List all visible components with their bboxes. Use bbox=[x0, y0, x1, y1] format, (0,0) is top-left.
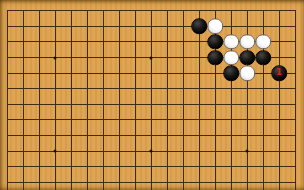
intersection-c13-r3[interactable] bbox=[207, 50, 223, 66]
white-stone bbox=[223, 50, 239, 66]
intersection-c18-r10[interactable] bbox=[287, 159, 303, 175]
intersection-c11-r3[interactable] bbox=[175, 50, 191, 66]
intersection-c2-r3[interactable] bbox=[31, 50, 47, 66]
intersection-c6-r1[interactable] bbox=[95, 19, 111, 35]
intersection-c13-r2[interactable] bbox=[207, 34, 223, 50]
intersection-c0-r8[interactable] bbox=[0, 128, 15, 144]
intersection-c3-r4[interactable] bbox=[47, 65, 63, 81]
intersection-c6-r0[interactable] bbox=[95, 3, 111, 19]
intersection-c5-r10[interactable] bbox=[79, 159, 95, 175]
intersection-c18-r1[interactable] bbox=[287, 19, 303, 35]
intersection-c2-r11[interactable] bbox=[31, 175, 47, 190]
white-stone bbox=[223, 34, 239, 50]
intersection-c15-r3[interactable] bbox=[239, 50, 255, 66]
intersection-c14-r1[interactable] bbox=[223, 19, 239, 35]
intersection-c16-r11[interactable] bbox=[255, 175, 271, 190]
intersection-c6-r2[interactable] bbox=[95, 34, 111, 50]
black-stone bbox=[255, 50, 271, 66]
intersection-c8-r3[interactable] bbox=[127, 50, 143, 66]
intersection-c5-r4[interactable] bbox=[79, 65, 95, 81]
white-stone bbox=[239, 34, 255, 50]
intersection-c12-r7[interactable] bbox=[191, 112, 207, 128]
intersection-c8-r2[interactable] bbox=[127, 34, 143, 50]
intersection-c3-r6[interactable] bbox=[47, 97, 63, 113]
intersection-c12-r1[interactable] bbox=[191, 19, 207, 35]
intersection-c3-r11[interactable] bbox=[47, 175, 63, 190]
intersection-c0-r6[interactable] bbox=[0, 97, 15, 113]
black-stone bbox=[207, 34, 223, 50]
intersection-c5-r0[interactable] bbox=[79, 3, 95, 19]
intersection-c15-r5[interactable] bbox=[239, 81, 255, 97]
intersection-c5-r8[interactable] bbox=[79, 128, 95, 144]
intersection-c13-r0[interactable] bbox=[207, 3, 223, 19]
intersection-c4-r9[interactable] bbox=[63, 143, 79, 159]
intersection-c6-r4[interactable] bbox=[95, 65, 111, 81]
intersection-c9-r10[interactable] bbox=[143, 159, 159, 175]
intersection-c8-r11[interactable] bbox=[127, 175, 143, 190]
intersection-c14-r3[interactable] bbox=[223, 50, 239, 66]
black-stone bbox=[239, 50, 255, 66]
intersection-c4-r7[interactable] bbox=[63, 112, 79, 128]
intersection-c10-r4[interactable] bbox=[159, 65, 175, 81]
intersection-c13-r5[interactable] bbox=[207, 81, 223, 97]
intersection-c8-r10[interactable] bbox=[127, 159, 143, 175]
intersection-c6-r7[interactable] bbox=[95, 112, 111, 128]
intersection-c17-r1[interactable] bbox=[271, 19, 287, 35]
intersection-c12-r8[interactable] bbox=[191, 128, 207, 144]
intersection-c4-r6[interactable] bbox=[63, 97, 79, 113]
intersection-c14-r4[interactable] bbox=[223, 65, 239, 81]
intersection-c10-r1[interactable] bbox=[159, 19, 175, 35]
star-point bbox=[246, 150, 249, 153]
intersection-c18-r7[interactable] bbox=[287, 112, 303, 128]
intersection-c12-r11[interactable] bbox=[191, 175, 207, 190]
intersection-c7-r0[interactable] bbox=[111, 3, 127, 19]
intersection-c9-r5[interactable] bbox=[143, 81, 159, 97]
intersection-c11-r9[interactable] bbox=[175, 143, 191, 159]
white-stone bbox=[207, 19, 223, 35]
intersection-c4-r1[interactable] bbox=[63, 19, 79, 35]
intersection-c17-r0[interactable] bbox=[271, 3, 287, 19]
intersection-c17-r6[interactable] bbox=[271, 97, 287, 113]
intersection-c9-r11[interactable] bbox=[143, 175, 159, 190]
intersection-c17-r8[interactable] bbox=[271, 128, 287, 144]
black-stone bbox=[191, 19, 207, 35]
intersection-c1-r10[interactable] bbox=[15, 159, 31, 175]
intersection-c7-r2[interactable] bbox=[111, 34, 127, 50]
go-board[interactable]: 1 bbox=[0, 3, 303, 190]
intersection-c1-r7[interactable] bbox=[15, 112, 31, 128]
intersection-c0-r2[interactable] bbox=[0, 34, 15, 50]
intersection-c6-r8[interactable] bbox=[95, 128, 111, 144]
intersection-c3-r5[interactable] bbox=[47, 81, 63, 97]
intersection-c0-r5[interactable] bbox=[0, 81, 15, 97]
intersection-c1-r2[interactable] bbox=[15, 34, 31, 50]
intersection-c18-r9[interactable] bbox=[287, 143, 303, 159]
intersection-c17-r3[interactable] bbox=[271, 50, 287, 66]
intersection-c15-r7[interactable] bbox=[239, 112, 255, 128]
intersection-c14-r8[interactable] bbox=[223, 128, 239, 144]
intersection-c15-r8[interactable] bbox=[239, 128, 255, 144]
intersection-c15-r11[interactable] bbox=[239, 175, 255, 190]
intersection-c16-r1[interactable] bbox=[255, 19, 271, 35]
intersection-c11-r2[interactable] bbox=[175, 34, 191, 50]
intersection-c13-r7[interactable] bbox=[207, 112, 223, 128]
intersection-c12-r9[interactable] bbox=[191, 143, 207, 159]
intersection-c12-r3[interactable] bbox=[191, 50, 207, 66]
intersection-c15-r1[interactable] bbox=[239, 19, 255, 35]
intersection-c9-r1[interactable] bbox=[143, 19, 159, 35]
intersection-c12-r2[interactable] bbox=[191, 34, 207, 50]
black-stone-move-1: 1 bbox=[271, 65, 287, 81]
intersection-c13-r10[interactable] bbox=[207, 159, 223, 175]
intersection-c16-r8[interactable] bbox=[255, 128, 271, 144]
intersection-c7-r6[interactable] bbox=[111, 97, 127, 113]
intersection-c9-r2[interactable] bbox=[143, 34, 159, 50]
intersection-c5-r9[interactable] bbox=[79, 143, 95, 159]
black-stone bbox=[223, 65, 239, 81]
intersection-c16-r3[interactable] bbox=[255, 50, 271, 66]
intersection-c14-r5[interactable] bbox=[223, 81, 239, 97]
intersection-c11-r10[interactable] bbox=[175, 159, 191, 175]
intersection-c11-r4[interactable] bbox=[175, 65, 191, 81]
intersection-c4-r4[interactable] bbox=[63, 65, 79, 81]
intersection-c5-r3[interactable] bbox=[79, 50, 95, 66]
intersection-c10-r6[interactable] bbox=[159, 97, 175, 113]
intersection-c16-r5[interactable] bbox=[255, 81, 271, 97]
white-stone bbox=[239, 65, 255, 81]
intersection-c3-r1[interactable] bbox=[47, 19, 63, 35]
intersection-c10-r0[interactable] bbox=[159, 3, 175, 19]
intersection-c0-r10[interactable] bbox=[0, 159, 15, 175]
intersection-c5-r2[interactable] bbox=[79, 34, 95, 50]
intersection-c12-r0[interactable] bbox=[191, 3, 207, 19]
intersection-c12-r6[interactable] bbox=[191, 97, 207, 113]
intersection-c16-r7[interactable] bbox=[255, 112, 271, 128]
intersection-c7-r5[interactable] bbox=[111, 81, 127, 97]
intersection-c4-r10[interactable] bbox=[63, 159, 79, 175]
intersection-c1-r4[interactable] bbox=[15, 65, 31, 81]
intersection-c11-r7[interactable] bbox=[175, 112, 191, 128]
intersection-c18-r8[interactable] bbox=[287, 128, 303, 144]
intersection-c4-r11[interactable] bbox=[63, 175, 79, 190]
intersection-c11-r0[interactable] bbox=[175, 3, 191, 19]
intersection-c9-r6[interactable] bbox=[143, 97, 159, 113]
intersection-c4-r8[interactable] bbox=[63, 128, 79, 144]
intersection-c14-r2[interactable] bbox=[223, 34, 239, 50]
intersection-c4-r2[interactable] bbox=[63, 34, 79, 50]
intersection-c2-r9[interactable] bbox=[31, 143, 47, 159]
intersection-c0-r0[interactable] bbox=[0, 3, 15, 19]
intersection-c5-r6[interactable] bbox=[79, 97, 95, 113]
go-board-screenshot: 1 bbox=[0, 0, 304, 190]
intersection-c1-r3[interactable] bbox=[15, 50, 31, 66]
intersection-c9-r7[interactable] bbox=[143, 112, 159, 128]
white-stone bbox=[255, 34, 271, 50]
intersection-c8-r8[interactable] bbox=[127, 128, 143, 144]
intersection-c17-r7[interactable] bbox=[271, 112, 287, 128]
intersection-c5-r7[interactable] bbox=[79, 112, 95, 128]
intersection-c2-r2[interactable] bbox=[31, 34, 47, 50]
intersection-c7-r3[interactable] bbox=[111, 50, 127, 66]
intersection-c13-r4[interactable] bbox=[207, 65, 223, 81]
intersection-c10-r2[interactable] bbox=[159, 34, 175, 50]
intersection-c6-r5[interactable] bbox=[95, 81, 111, 97]
intersection-c17-r11[interactable] bbox=[271, 175, 287, 190]
intersection-c10-r7[interactable] bbox=[159, 112, 175, 128]
intersection-c0-r11[interactable] bbox=[0, 175, 15, 190]
intersection-c13-r9[interactable] bbox=[207, 143, 223, 159]
intersection-c8-r0[interactable] bbox=[127, 3, 143, 19]
intersection-c2-r7[interactable] bbox=[31, 112, 47, 128]
intersection-c15-r0[interactable] bbox=[239, 3, 255, 19]
intersection-c0-r9[interactable] bbox=[0, 143, 15, 159]
intersection-c5-r1[interactable] bbox=[79, 19, 95, 35]
intersection-c4-r3[interactable] bbox=[63, 50, 79, 66]
intersection-c11-r11[interactable] bbox=[175, 175, 191, 190]
intersection-c9-r4[interactable] bbox=[143, 65, 159, 81]
intersection-c17-r5[interactable] bbox=[271, 81, 287, 97]
intersection-c8-r7[interactable] bbox=[127, 112, 143, 128]
intersection-c7-r9[interactable] bbox=[111, 143, 127, 159]
intersection-c4-r0[interactable] bbox=[63, 3, 79, 19]
intersection-c3-r10[interactable] bbox=[47, 159, 63, 175]
intersection-c3-r8[interactable] bbox=[47, 128, 63, 144]
intersection-c9-r9[interactable] bbox=[143, 143, 159, 159]
intersection-c10-r10[interactable] bbox=[159, 159, 175, 175]
intersection-c9-r0[interactable] bbox=[143, 3, 159, 19]
intersection-c10-r3[interactable] bbox=[159, 50, 175, 66]
intersection-c16-r6[interactable] bbox=[255, 97, 271, 113]
intersection-c9-r8[interactable] bbox=[143, 128, 159, 144]
intersection-c1-r6[interactable] bbox=[15, 97, 31, 113]
intersection-c18-r6[interactable] bbox=[287, 97, 303, 113]
intersection-c1-r1[interactable] bbox=[15, 19, 31, 35]
intersection-c3-r3[interactable] bbox=[47, 50, 63, 66]
intersection-c0-r1[interactable] bbox=[0, 19, 15, 35]
intersection-c6-r11[interactable] bbox=[95, 175, 111, 190]
intersection-c18-r0[interactable] bbox=[287, 3, 303, 19]
intersection-c18-r5[interactable] bbox=[287, 81, 303, 97]
intersection-c6-r6[interactable] bbox=[95, 97, 111, 113]
intersection-c12-r5[interactable] bbox=[191, 81, 207, 97]
intersection-c0-r3[interactable] bbox=[0, 50, 15, 66]
intersection-c18-r11[interactable] bbox=[287, 175, 303, 190]
star-point bbox=[54, 56, 57, 59]
intersection-c12-r10[interactable] bbox=[191, 159, 207, 175]
intersection-c6-r3[interactable] bbox=[95, 50, 111, 66]
intersection-c7-r11[interactable] bbox=[111, 175, 127, 190]
intersection-c16-r0[interactable] bbox=[255, 3, 271, 19]
intersection-c7-r8[interactable] bbox=[111, 128, 127, 144]
intersection-c3-r2[interactable] bbox=[47, 34, 63, 50]
intersection-c7-r1[interactable] bbox=[111, 19, 127, 35]
intersection-c13-r6[interactable] bbox=[207, 97, 223, 113]
intersection-c2-r5[interactable] bbox=[31, 81, 47, 97]
intersection-c4-r5[interactable] bbox=[63, 81, 79, 97]
star-point bbox=[150, 150, 153, 153]
intersection-c18-r3[interactable] bbox=[287, 50, 303, 66]
intersection-c9-r3[interactable] bbox=[143, 50, 159, 66]
intersection-c17-r4[interactable]: 1 bbox=[271, 65, 287, 81]
intersection-c17-r10[interactable] bbox=[271, 159, 287, 175]
intersection-c10-r5[interactable] bbox=[159, 81, 175, 97]
intersection-c14-r0[interactable] bbox=[223, 3, 239, 19]
intersection-c1-r0[interactable] bbox=[15, 3, 31, 19]
intersection-c16-r9[interactable] bbox=[255, 143, 271, 159]
intersection-c14-r6[interactable] bbox=[223, 97, 239, 113]
intersection-c18-r2[interactable] bbox=[287, 34, 303, 50]
intersection-c11-r8[interactable] bbox=[175, 128, 191, 144]
intersection-c6-r10[interactable] bbox=[95, 159, 111, 175]
intersection-c14-r9[interactable] bbox=[223, 143, 239, 159]
intersection-c7-r4[interactable] bbox=[111, 65, 127, 81]
intersection-c17-r2[interactable] bbox=[271, 34, 287, 50]
intersection-c15-r4[interactable] bbox=[239, 65, 255, 81]
intersection-c2-r10[interactable] bbox=[31, 159, 47, 175]
intersection-c3-r9[interactable] bbox=[47, 143, 63, 159]
intersection-c8-r1[interactable] bbox=[127, 19, 143, 35]
intersection-c8-r5[interactable] bbox=[127, 81, 143, 97]
intersection-c1-r8[interactable] bbox=[15, 128, 31, 144]
star-point bbox=[54, 150, 57, 153]
intersection-c11-r5[interactable] bbox=[175, 81, 191, 97]
intersection-c1-r5[interactable] bbox=[15, 81, 31, 97]
intersection-c7-r7[interactable] bbox=[111, 112, 127, 128]
intersection-c8-r6[interactable] bbox=[127, 97, 143, 113]
intersection-c14-r10[interactable] bbox=[223, 159, 239, 175]
intersection-c15-r10[interactable] bbox=[239, 159, 255, 175]
intersection-c12-r4[interactable] bbox=[191, 65, 207, 81]
intersection-c11-r1[interactable] bbox=[175, 19, 191, 35]
black-stone bbox=[207, 50, 223, 66]
intersection-c0-r7[interactable] bbox=[0, 112, 15, 128]
intersection-c11-r6[interactable] bbox=[175, 97, 191, 113]
intersection-c3-r7[interactable] bbox=[47, 112, 63, 128]
intersection-c15-r6[interactable] bbox=[239, 97, 255, 113]
intersection-c7-r10[interactable] bbox=[111, 159, 127, 175]
intersection-c15-r2[interactable] bbox=[239, 34, 255, 50]
intersection-c8-r9[interactable] bbox=[127, 143, 143, 159]
intersection-c13-r8[interactable] bbox=[207, 128, 223, 144]
intersection-c15-r9[interactable] bbox=[239, 143, 255, 159]
star-point bbox=[150, 56, 153, 59]
intersection-c16-r4[interactable] bbox=[255, 65, 271, 81]
intersection-c0-r4[interactable] bbox=[0, 65, 15, 81]
intersection-c16-r2[interactable] bbox=[255, 34, 271, 50]
intersection-c14-r7[interactable] bbox=[223, 112, 239, 128]
intersection-c14-r11[interactable] bbox=[223, 175, 239, 190]
intersection-c2-r4[interactable] bbox=[31, 65, 47, 81]
intersection-c1-r9[interactable] bbox=[15, 143, 31, 159]
intersection-c5-r5[interactable] bbox=[79, 81, 95, 97]
intersection-c2-r1[interactable] bbox=[31, 19, 47, 35]
intersection-c1-r11[interactable] bbox=[15, 175, 31, 190]
intersection-c17-r9[interactable] bbox=[271, 143, 287, 159]
intersection-c13-r1[interactable] bbox=[207, 19, 223, 35]
intersection-c6-r9[interactable] bbox=[95, 143, 111, 159]
intersection-c13-r11[interactable] bbox=[207, 175, 223, 190]
move-number-label: 1 bbox=[276, 68, 282, 77]
intersection-c10-r11[interactable] bbox=[159, 175, 175, 190]
intersection-c8-r4[interactable] bbox=[127, 65, 143, 81]
intersection-c2-r6[interactable] bbox=[31, 97, 47, 113]
intersection-c5-r11[interactable] bbox=[79, 175, 95, 190]
intersection-c10-r8[interactable] bbox=[159, 128, 175, 144]
intersection-c16-r10[interactable] bbox=[255, 159, 271, 175]
intersection-c18-r4[interactable] bbox=[287, 65, 303, 81]
intersection-c10-r9[interactable] bbox=[159, 143, 175, 159]
intersection-c2-r0[interactable] bbox=[31, 3, 47, 19]
intersection-c3-r0[interactable] bbox=[47, 3, 63, 19]
intersection-c2-r8[interactable] bbox=[31, 128, 47, 144]
